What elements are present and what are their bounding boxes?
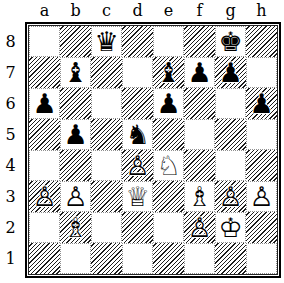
square-e4[interactable]: ♘ <box>153 150 184 181</box>
square-c7[interactable] <box>91 57 122 88</box>
square-a8[interactable] <box>29 26 60 57</box>
square-f4[interactable] <box>184 150 215 181</box>
chess-diagram: abcdefgh 87654321 ♛♚♝♝♟♟♟♟♟♟♞♙♘♙♙♕♗♙♙♗♙♔ <box>0 0 284 283</box>
square-b2[interactable]: ♗ <box>60 212 91 243</box>
file-label-g: g <box>215 1 246 21</box>
square-g4[interactable] <box>215 150 246 181</box>
square-c3[interactable] <box>91 181 122 212</box>
square-g7[interactable]: ♟ <box>215 57 246 88</box>
square-d1[interactable] <box>122 243 153 274</box>
square-c2[interactable] <box>91 212 122 243</box>
piece-white-pawn: ♙ <box>218 182 242 211</box>
piece-black-pawn: ♟ <box>156 89 180 118</box>
piece-white-queen: ♕ <box>125 182 149 211</box>
square-b6[interactable] <box>60 88 91 119</box>
piece-white-bishop: ♗ <box>187 182 211 211</box>
file-label-f: f <box>184 1 215 21</box>
square-a1[interactable] <box>29 243 60 274</box>
square-e2[interactable] <box>153 212 184 243</box>
board-frame: ♛♚♝♝♟♟♟♟♟♟♞♙♘♙♙♕♗♙♙♗♙♔ <box>25 22 281 278</box>
piece-white-king: ♔ <box>218 213 242 242</box>
rank-labels: 87654321 <box>0 26 21 274</box>
square-h8[interactable] <box>246 26 277 57</box>
square-h6[interactable]: ♟ <box>246 88 277 119</box>
piece-black-pawn: ♟ <box>32 89 56 118</box>
rank-label-4: 4 <box>0 150 21 181</box>
square-f6[interactable] <box>184 88 215 119</box>
square-a7[interactable] <box>29 57 60 88</box>
square-h4[interactable] <box>246 150 277 181</box>
square-h5[interactable] <box>246 119 277 150</box>
rank-label-5: 5 <box>0 119 21 150</box>
square-d6[interactable] <box>122 88 153 119</box>
file-label-e: e <box>153 1 184 21</box>
square-e5[interactable] <box>153 119 184 150</box>
square-d4[interactable]: ♙ <box>122 150 153 181</box>
piece-black-knight: ♞ <box>125 120 149 149</box>
square-b3[interactable]: ♙ <box>60 181 91 212</box>
square-a4[interactable] <box>29 150 60 181</box>
square-c8[interactable]: ♛ <box>91 26 122 57</box>
square-b4[interactable] <box>60 150 91 181</box>
square-c5[interactable] <box>91 119 122 150</box>
square-e8[interactable] <box>153 26 184 57</box>
piece-black-pawn: ♟ <box>187 58 211 87</box>
square-h2[interactable] <box>246 212 277 243</box>
rank-label-7: 7 <box>0 57 21 88</box>
rank-label-2: 2 <box>0 212 21 243</box>
square-h7[interactable] <box>246 57 277 88</box>
piece-white-pawn: ♙ <box>32 182 56 211</box>
piece-white-pawn: ♙ <box>187 213 211 242</box>
square-h1[interactable] <box>246 243 277 274</box>
square-f7[interactable]: ♟ <box>184 57 215 88</box>
square-g1[interactable] <box>215 243 246 274</box>
square-a2[interactable] <box>29 212 60 243</box>
piece-black-pawn: ♟ <box>63 120 87 149</box>
rank-label-8: 8 <box>0 26 21 57</box>
square-f5[interactable] <box>184 119 215 150</box>
square-d7[interactable] <box>122 57 153 88</box>
square-b8[interactable] <box>60 26 91 57</box>
file-label-c: c <box>91 1 122 21</box>
square-d5[interactable]: ♞ <box>122 119 153 150</box>
file-labels: abcdefgh <box>29 1 277 21</box>
square-g5[interactable] <box>215 119 246 150</box>
rank-label-6: 6 <box>0 88 21 119</box>
file-label-h: h <box>246 1 277 21</box>
square-g2[interactable]: ♔ <box>215 212 246 243</box>
square-f8[interactable] <box>184 26 215 57</box>
file-label-a: a <box>29 1 60 21</box>
square-g8[interactable]: ♚ <box>215 26 246 57</box>
square-a5[interactable] <box>29 119 60 150</box>
square-c1[interactable] <box>91 243 122 274</box>
square-h3[interactable]: ♙ <box>246 181 277 212</box>
board: ♛♚♝♝♟♟♟♟♟♟♞♙♘♙♙♕♗♙♙♗♙♔ <box>28 25 278 275</box>
square-f3[interactable]: ♗ <box>184 181 215 212</box>
piece-white-pawn: ♙ <box>63 182 87 211</box>
piece-black-queen: ♛ <box>94 27 118 56</box>
square-e3[interactable] <box>153 181 184 212</box>
file-label-b: b <box>60 1 91 21</box>
square-e7[interactable]: ♝ <box>153 57 184 88</box>
square-d3[interactable]: ♕ <box>122 181 153 212</box>
square-d2[interactable] <box>122 212 153 243</box>
square-g6[interactable] <box>215 88 246 119</box>
piece-white-pawn: ♙ <box>249 182 273 211</box>
square-f1[interactable] <box>184 243 215 274</box>
square-d8[interactable] <box>122 26 153 57</box>
file-label-d: d <box>122 1 153 21</box>
square-g3[interactable]: ♙ <box>215 181 246 212</box>
square-a3[interactable]: ♙ <box>29 181 60 212</box>
piece-white-pawn: ♙ <box>125 151 149 180</box>
square-c4[interactable] <box>91 150 122 181</box>
square-b7[interactable]: ♝ <box>60 57 91 88</box>
piece-black-bishop: ♝ <box>156 58 180 87</box>
piece-black-pawn: ♟ <box>249 89 273 118</box>
piece-black-pawn: ♟ <box>218 58 242 87</box>
square-e6[interactable]: ♟ <box>153 88 184 119</box>
piece-white-knight: ♘ <box>156 151 180 180</box>
piece-white-bishop: ♗ <box>63 213 87 242</box>
square-c6[interactable] <box>91 88 122 119</box>
square-f2[interactable]: ♙ <box>184 212 215 243</box>
piece-black-king: ♚ <box>218 27 242 56</box>
square-b1[interactable] <box>60 243 91 274</box>
piece-black-bishop: ♝ <box>63 58 87 87</box>
rank-label-3: 3 <box>0 181 21 212</box>
square-e1[interactable] <box>153 243 184 274</box>
square-a6[interactable]: ♟ <box>29 88 60 119</box>
rank-label-1: 1 <box>0 243 21 274</box>
square-b5[interactable]: ♟ <box>60 119 91 150</box>
